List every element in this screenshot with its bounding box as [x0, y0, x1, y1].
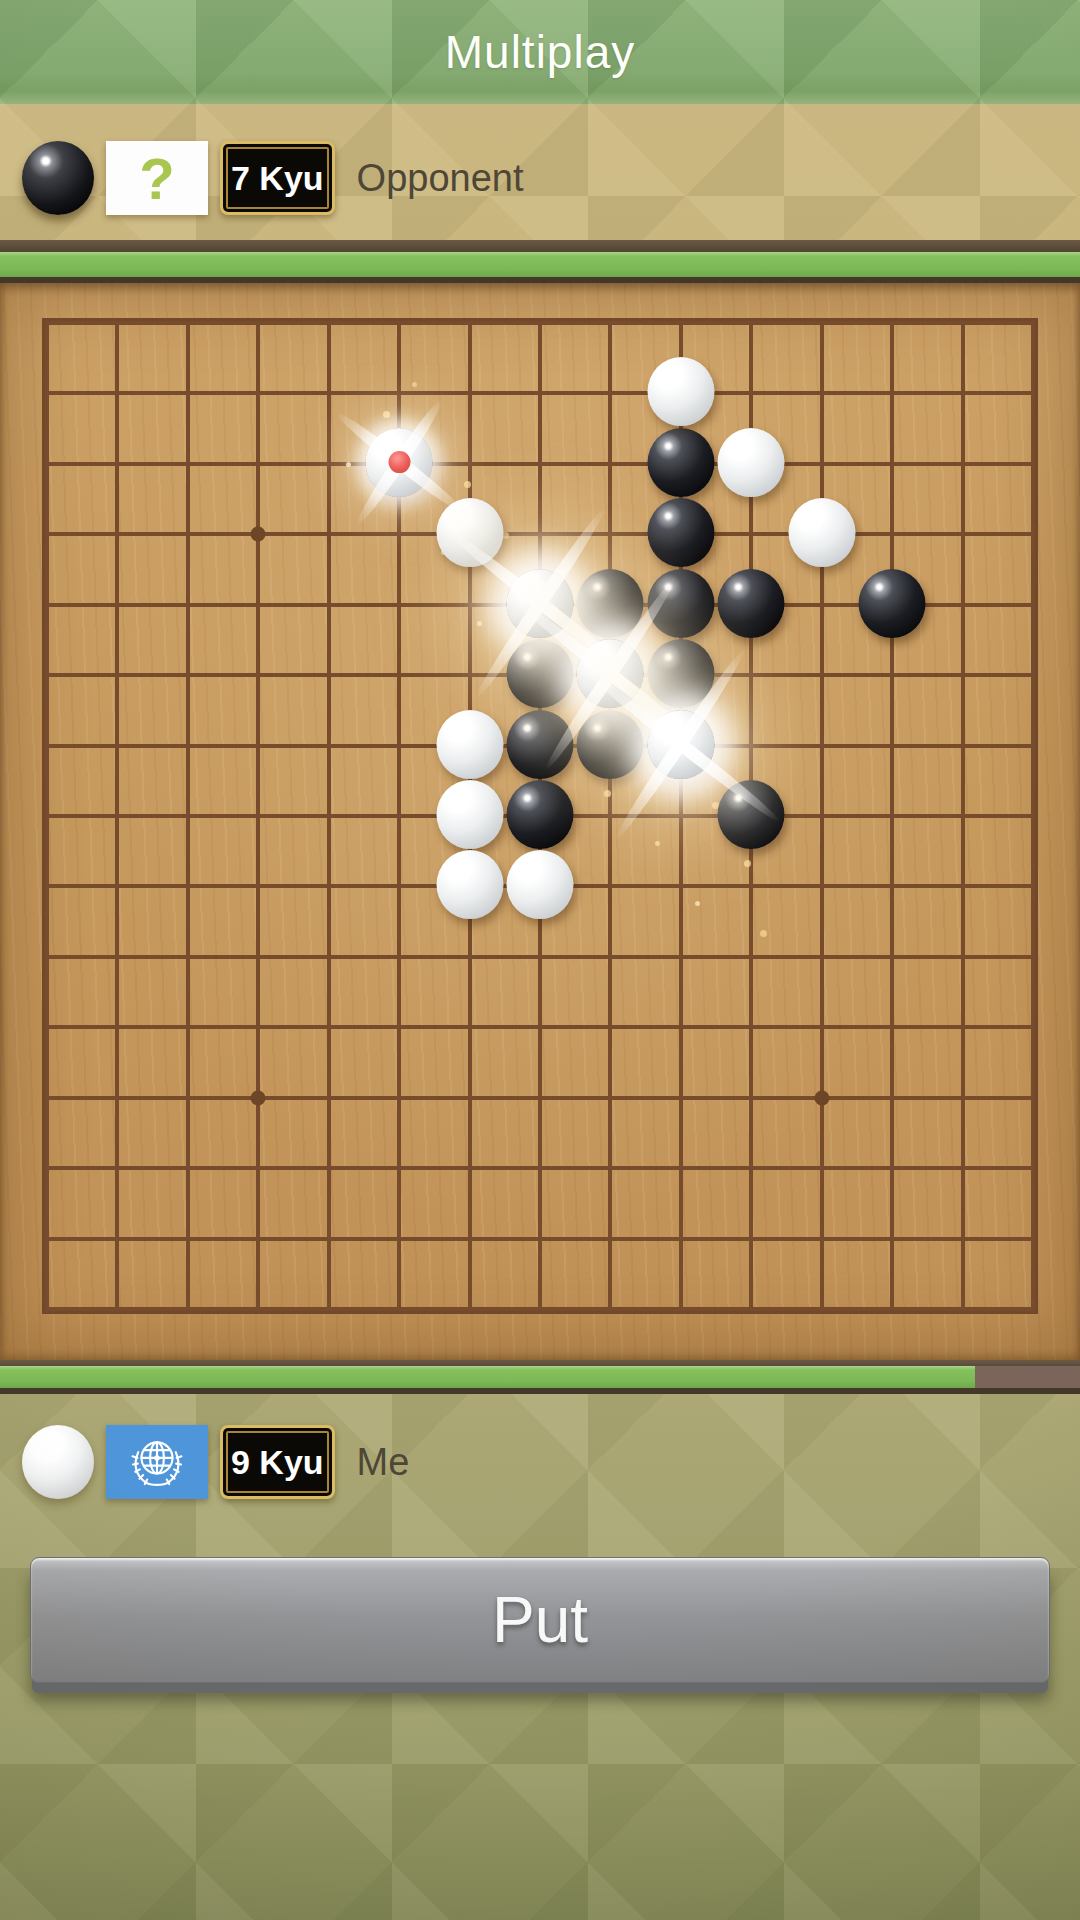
black-stone	[718, 569, 785, 638]
white-stone	[436, 498, 503, 567]
last-move-marker	[388, 451, 410, 473]
opponent-flag-unknown: ?	[106, 141, 208, 215]
un-flag-icon	[106, 1425, 208, 1499]
black-stone	[507, 639, 574, 708]
put-button-label: Put	[492, 1583, 588, 1657]
opponent-row: ? 7 Kyu Opponent	[22, 140, 524, 216]
my-timer-strip	[0, 1360, 1080, 1394]
white-stone	[366, 428, 433, 497]
put-button[interactable]: Put	[30, 1557, 1050, 1683]
white-stone	[507, 851, 574, 920]
grid[interactable]	[42, 318, 1038, 1314]
page-title: Multiplay	[0, 0, 1080, 104]
my-player-row: 9 Kyu Me	[22, 1424, 409, 1500]
black-stone	[647, 569, 714, 638]
opponent-rank-badge: 7 Kyu	[220, 141, 335, 215]
opponent-timer-fill	[0, 252, 1080, 277]
opponent-timer-strip	[0, 240, 1080, 283]
black-stone	[577, 569, 644, 638]
white-stone	[788, 498, 855, 567]
black-stone	[647, 498, 714, 567]
black-stone	[647, 428, 714, 497]
my-rank-badge: 9 Kyu	[220, 1425, 335, 1499]
my-stone-avatar	[22, 1425, 94, 1499]
my-timer-track	[0, 1366, 1080, 1388]
star-point	[251, 527, 266, 542]
opponent-name-label: Opponent	[357, 157, 524, 200]
opponent-stone-avatar	[22, 141, 94, 215]
goban-board	[0, 283, 1080, 1360]
opponent-timer-track	[0, 252, 1080, 277]
my-name-label: Me	[357, 1441, 410, 1484]
header-bar: Multiplay	[0, 0, 1080, 104]
white-stone	[436, 851, 503, 920]
un-emblem	[113, 1431, 201, 1493]
opponent-rank-label: 7 Kyu	[231, 159, 324, 198]
white-stone	[647, 710, 714, 779]
white-stone	[507, 569, 574, 638]
white-stone	[436, 710, 503, 779]
black-stone	[577, 710, 644, 779]
black-stone	[507, 780, 574, 849]
question-mark-icon: ?	[139, 145, 174, 212]
star-point	[814, 1090, 829, 1105]
black-stone	[718, 780, 785, 849]
sparkle-particles	[45, 321, 48, 324]
my-rank-label: 9 Kyu	[231, 1443, 324, 1482]
white-stone	[436, 780, 503, 849]
my-timer-fill	[0, 1366, 975, 1388]
black-stone	[647, 639, 714, 708]
white-stone	[647, 358, 714, 427]
black-stone	[859, 569, 926, 638]
white-stone	[718, 428, 785, 497]
star-point	[251, 1090, 266, 1105]
white-stone	[577, 639, 644, 708]
black-stone	[507, 710, 574, 779]
